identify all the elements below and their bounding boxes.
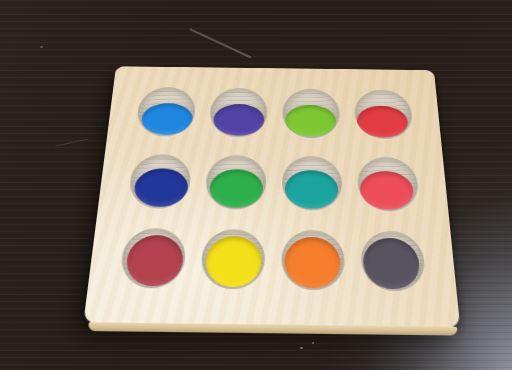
color-disc-charcoal-gray	[362, 237, 421, 289]
color-disc-lime-green	[285, 105, 336, 137]
table-speck	[312, 342, 314, 344]
table-scratch	[55, 138, 88, 146]
color-disc-purple	[213, 104, 265, 136]
color-disc-red	[356, 106, 408, 138]
hole-r3c1[interactable]	[119, 228, 187, 289]
color-disc-brick-red	[124, 234, 185, 286]
color-disc-orange	[285, 236, 341, 288]
hole-r2c1[interactable]	[127, 154, 192, 209]
color-disc-green	[209, 169, 263, 208]
hole-r1c4[interactable]	[354, 90, 414, 140]
hole-r1c1[interactable]	[135, 87, 196, 137]
hole-r3c2[interactable]	[200, 229, 265, 290]
color-disc-coral-red	[359, 171, 414, 210]
color-disc-navy-blue	[132, 168, 189, 207]
hole-r2c3[interactable]	[282, 156, 343, 211]
table-scratch	[189, 28, 251, 59]
color-sorting-board	[83, 66, 460, 328]
hole-r1c2[interactable]	[209, 88, 268, 138]
hole-r3c4[interactable]	[360, 231, 427, 292]
table-speck	[300, 347, 303, 349]
color-disc-teal	[285, 170, 339, 209]
hole-r2c4[interactable]	[357, 157, 420, 212]
hole-r2c2[interactable]	[205, 155, 267, 210]
hole-r1c3[interactable]	[282, 89, 340, 139]
color-disc-yellow	[205, 235, 262, 287]
hole-r3c3[interactable]	[281, 230, 345, 291]
table-speck	[40, 46, 43, 48]
color-disc-blue	[140, 103, 194, 135]
photo-scene	[0, 0, 512, 370]
